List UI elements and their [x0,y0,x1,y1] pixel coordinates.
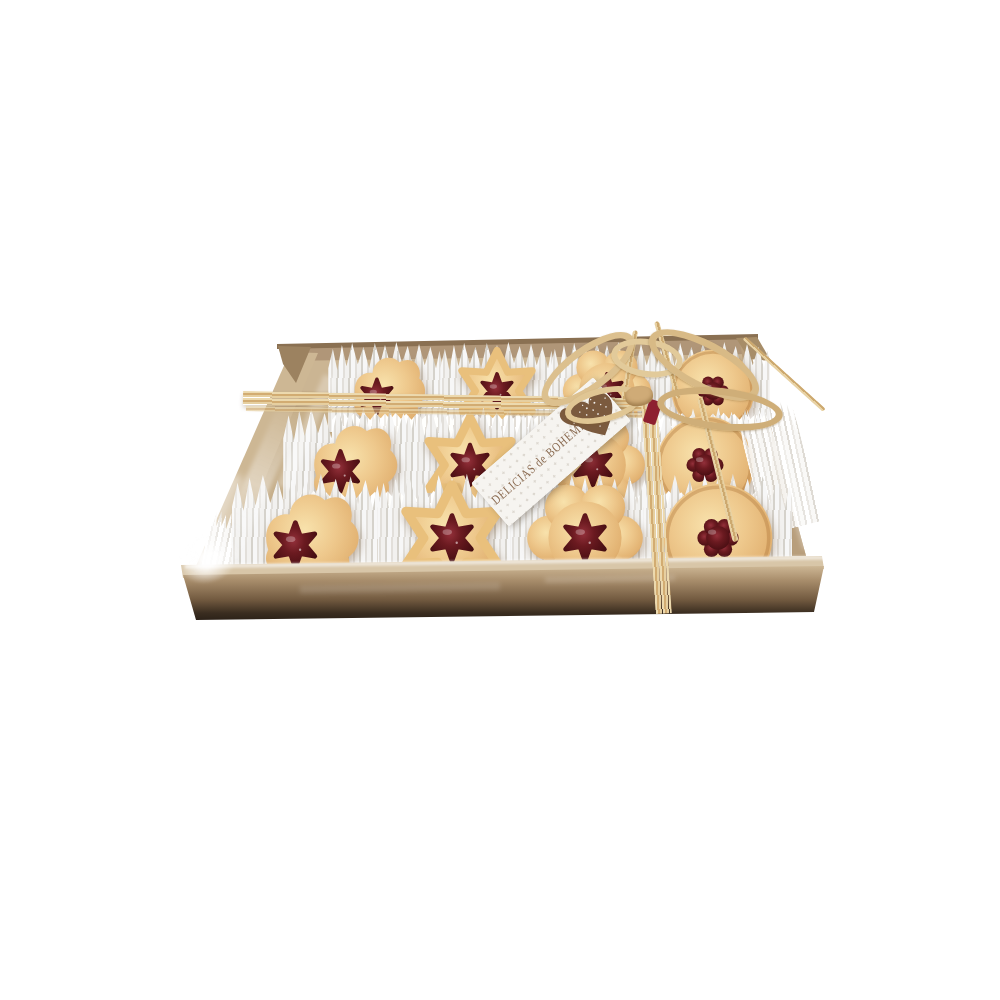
photo-canvas: DELICIAS de BOHEMIA [0,0,1000,1000]
